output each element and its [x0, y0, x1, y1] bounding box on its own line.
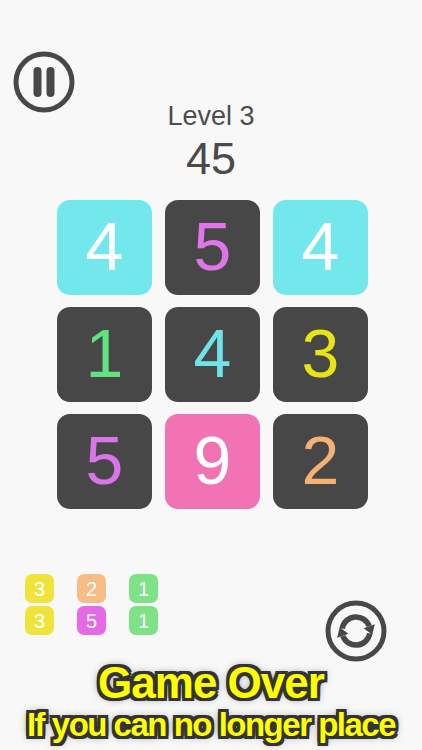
level-label: Level 3	[0, 101, 422, 132]
board-tile-r2c3[interactable]: 3	[273, 307, 368, 402]
tile-value: 1	[86, 319, 124, 387]
queue-tile: 1	[129, 574, 158, 603]
board-tile-r1c1[interactable]: 4	[57, 200, 152, 295]
queue-tile: 3	[25, 574, 54, 603]
queue-tile: 5	[77, 606, 106, 635]
tile-value: 2	[302, 426, 340, 494]
queue-tile-value: 3	[34, 611, 45, 631]
queue-tile-value: 3	[34, 579, 45, 599]
queue-tile-value: 5	[86, 611, 97, 631]
caption-subtitle: If you can no longer place	[0, 706, 422, 744]
queue-column-2: 2 5	[77, 574, 106, 635]
game-screen: Level 3 45 4 5 4 1 4 3 5 9 2 3 3 2 5 1 1	[0, 0, 422, 750]
queue-column-1: 3 3	[25, 574, 54, 635]
board-tile-r2c1[interactable]: 1	[57, 307, 152, 402]
board-tile-r3c2[interactable]: 9	[165, 414, 260, 509]
tile-value: 4	[86, 212, 124, 280]
upcoming-tiles-queue: 3 3 2 5 1 1	[25, 574, 158, 635]
board-tile-r3c1[interactable]: 5	[57, 414, 152, 509]
tile-value: 4	[302, 212, 340, 280]
board-tile-r2c2[interactable]: 4	[165, 307, 260, 402]
board-tile-r3c3[interactable]: 2	[273, 414, 368, 509]
caption-game-over: Game Over	[0, 658, 422, 708]
tile-value: 9	[194, 426, 232, 494]
game-board: 4 5 4 1 4 3 5 9 2	[57, 200, 368, 509]
tile-value: 5	[194, 212, 232, 280]
queue-tile-value: 1	[138, 611, 149, 631]
queue-tile: 3	[25, 606, 54, 635]
tile-value: 4	[194, 319, 232, 387]
board-tile-r1c2[interactable]: 5	[165, 200, 260, 295]
board-tile-r1c3[interactable]: 4	[273, 200, 368, 295]
queue-tile-value: 2	[86, 579, 97, 599]
tile-value: 5	[86, 426, 124, 494]
score-value: 45	[0, 133, 422, 185]
queue-tile: 1	[129, 606, 158, 635]
queue-tile: 2	[77, 574, 106, 603]
restart-button[interactable]	[324, 599, 388, 663]
tile-value: 3	[302, 319, 340, 387]
queue-column-3: 1 1	[129, 574, 158, 635]
queue-tile-value: 1	[138, 579, 149, 599]
